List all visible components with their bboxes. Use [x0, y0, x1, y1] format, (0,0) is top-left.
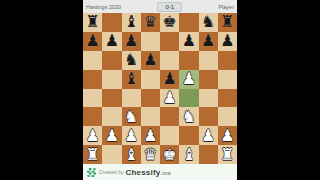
square-b8[interactable] [102, 13, 121, 32]
piece-wk-e1[interactable]: ♚ [162, 146, 176, 164]
square-c6[interactable]: ♞ [122, 51, 141, 70]
square-g8[interactable]: ♞ [199, 13, 218, 32]
square-d3[interactable] [141, 107, 160, 126]
square-b5[interactable] [102, 70, 121, 89]
square-c7[interactable]: ♟ [122, 32, 141, 51]
square-h1[interactable]: ♜ [218, 145, 237, 164]
square-f3[interactable]: ♞ [179, 107, 198, 126]
square-h5[interactable] [218, 70, 237, 89]
piece-bp-c7[interactable]: ♟ [124, 32, 138, 50]
content-column: Hastings 2020 0-1 Player ♜♝♛♚♞♜♟♟♟♟♟♟♞♟♝… [83, 0, 237, 180]
square-b1[interactable] [102, 145, 121, 164]
piece-wn-c3[interactable]: ♞ [124, 108, 138, 126]
square-g5[interactable] [199, 70, 218, 89]
square-g6[interactable] [199, 51, 218, 70]
game-header: Hastings 2020 0-1 Player [83, 0, 237, 13]
square-a6[interactable] [83, 51, 102, 70]
square-a8[interactable]: ♜ [83, 13, 102, 32]
piece-wp-a2[interactable]: ♟ [85, 127, 99, 145]
square-h3[interactable] [218, 107, 237, 126]
square-f8[interactable] [179, 13, 198, 32]
square-b6[interactable] [102, 51, 121, 70]
square-h2[interactable]: ♟ [218, 126, 237, 145]
square-e6[interactable] [160, 51, 179, 70]
square-e2[interactable] [160, 126, 179, 145]
piece-bp-g7[interactable]: ♟ [201, 32, 215, 50]
square-e3[interactable] [160, 107, 179, 126]
square-e1[interactable]: ♚ [160, 145, 179, 164]
square-h4[interactable] [218, 89, 237, 108]
brand-name: Chessify [125, 168, 160, 177]
piece-bk-e8[interactable]: ♚ [162, 13, 176, 31]
square-d2[interactable]: ♟ [141, 126, 160, 145]
square-g2[interactable]: ♟ [199, 126, 218, 145]
piece-bn-g8[interactable]: ♞ [201, 13, 215, 31]
piece-wr-h1[interactable]: ♜ [220, 146, 234, 164]
square-b4[interactable] [102, 89, 121, 108]
square-e7[interactable] [160, 32, 179, 51]
piece-wp-b2[interactable]: ♟ [105, 127, 119, 145]
chessify-brand-text: Chessify.me [125, 168, 171, 177]
piece-bn-c6[interactable]: ♞ [124, 51, 138, 69]
piece-bp-e5[interactable]: ♟ [162, 70, 176, 88]
square-a1[interactable]: ♜ [83, 145, 102, 164]
piece-wp-f5[interactable]: ♟ [182, 70, 196, 88]
piece-wp-g2[interactable]: ♟ [201, 127, 215, 145]
square-c3[interactable]: ♞ [122, 107, 141, 126]
piece-bq-d8[interactable]: ♛ [143, 13, 157, 31]
square-g1[interactable] [199, 145, 218, 164]
piece-wq-d1[interactable]: ♛ [143, 146, 157, 164]
piece-bp-h7[interactable]: ♟ [220, 32, 234, 50]
square-c2[interactable]: ♟ [122, 126, 141, 145]
piece-br-a8[interactable]: ♜ [85, 13, 99, 31]
square-g7[interactable]: ♟ [199, 32, 218, 51]
created-by-text: Created by [99, 169, 123, 175]
square-d1[interactable]: ♛ [141, 145, 160, 164]
square-a2[interactable]: ♟ [83, 126, 102, 145]
piece-bp-d6[interactable]: ♟ [143, 51, 157, 69]
piece-bb-c5[interactable]: ♝ [124, 70, 138, 88]
square-e4[interactable]: ♟ [160, 89, 179, 108]
piece-wr-a1[interactable]: ♜ [85, 146, 99, 164]
piece-bp-a7[interactable]: ♟ [85, 32, 99, 50]
piece-wp-d2[interactable]: ♟ [143, 127, 157, 145]
square-d4[interactable] [141, 89, 160, 108]
piece-wp-c2[interactable]: ♟ [124, 127, 138, 145]
square-d5[interactable] [141, 70, 160, 89]
square-c4[interactable] [122, 89, 141, 108]
square-g4[interactable] [199, 89, 218, 108]
square-d6[interactable]: ♟ [141, 51, 160, 70]
piece-wp-h2[interactable]: ♟ [220, 127, 234, 145]
square-h6[interactable] [218, 51, 237, 70]
square-f4[interactable] [179, 89, 198, 108]
square-f2[interactable] [179, 126, 198, 145]
brand-suffix: .me [160, 170, 171, 176]
square-e5[interactable]: ♟ [160, 70, 179, 89]
square-c8[interactable]: ♝ [122, 13, 141, 32]
chess-board: ♜♝♛♚♞♜♟♟♟♟♟♟♞♟♝♟♟♟♞♞♟♟♟♟♟♟♜♝♛♚♝♜ [83, 13, 237, 164]
square-e8[interactable]: ♚ [160, 13, 179, 32]
square-a5[interactable] [83, 70, 102, 89]
piece-bp-b7[interactable]: ♟ [105, 32, 119, 50]
square-b7[interactable]: ♟ [102, 32, 121, 51]
square-a3[interactable] [83, 107, 102, 126]
piece-bp-f7[interactable]: ♟ [182, 32, 196, 50]
square-h7[interactable]: ♟ [218, 32, 237, 51]
chessify-logo-icon [87, 168, 96, 177]
piece-wb-c1[interactable]: ♝ [124, 146, 138, 164]
square-c1[interactable]: ♝ [122, 145, 141, 164]
square-c5[interactable]: ♝ [122, 70, 141, 89]
white-player-label: Hastings 2020 [86, 4, 121, 10]
result-badge: 0-1 [157, 2, 182, 12]
piece-wp-e4[interactable]: ♟ [162, 89, 176, 107]
square-d8[interactable]: ♛ [141, 13, 160, 32]
square-f5[interactable]: ♟ [179, 70, 198, 89]
square-f1[interactable]: ♝ [179, 145, 198, 164]
square-b3[interactable] [102, 107, 121, 126]
square-a4[interactable] [83, 89, 102, 108]
black-player-label: Player [218, 4, 234, 10]
piece-br-h8[interactable]: ♜ [220, 13, 234, 31]
square-g3[interactable] [199, 107, 218, 126]
video-frame: Hastings 2020 0-1 Player ♜♝♛♚♞♜♟♟♟♟♟♟♞♟♝… [0, 0, 320, 180]
watermark-bar: Created by Chessify.me [83, 164, 237, 180]
square-f6[interactable] [179, 51, 198, 70]
square-d7[interactable] [141, 32, 160, 51]
square-a7[interactable]: ♟ [83, 32, 102, 51]
square-h8[interactable]: ♜ [218, 13, 237, 32]
piece-bb-c8[interactable]: ♝ [124, 13, 138, 31]
square-f7[interactable]: ♟ [179, 32, 198, 51]
piece-wb-f1[interactable]: ♝ [182, 146, 196, 164]
piece-wn-f3[interactable]: ♞ [182, 108, 196, 126]
square-b2[interactable]: ♟ [102, 126, 121, 145]
